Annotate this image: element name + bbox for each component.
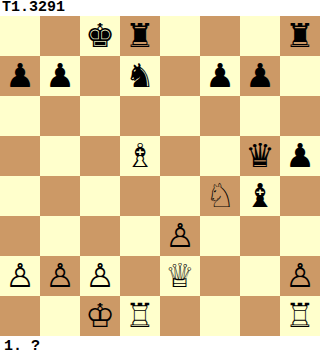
square-b4[interactable] — [40, 176, 80, 216]
square-g2[interactable] — [240, 256, 280, 296]
square-h3[interactable] — [280, 216, 320, 256]
square-a5[interactable] — [0, 136, 40, 176]
square-d8[interactable]: ♜ — [120, 16, 160, 56]
square-d1[interactable]: ♖ — [120, 296, 160, 336]
black-pawn: ♟ — [45, 56, 75, 96]
white-pawn: ♙ — [45, 256, 75, 296]
white-pawn: ♙ — [285, 256, 315, 296]
square-c1[interactable]: ♔ — [80, 296, 120, 336]
square-d3[interactable] — [120, 216, 160, 256]
black-rook: ♜ — [285, 16, 315, 56]
square-g4[interactable]: ♝ — [240, 176, 280, 216]
square-b8[interactable] — [40, 16, 80, 56]
white-pawn: ♙ — [85, 256, 115, 296]
square-d4[interactable] — [120, 176, 160, 216]
square-b5[interactable] — [40, 136, 80, 176]
square-g5[interactable]: ♛ — [240, 136, 280, 176]
square-c5[interactable] — [80, 136, 120, 176]
square-f1[interactable] — [200, 296, 240, 336]
square-e2[interactable]: ♕ — [160, 256, 200, 296]
square-b2[interactable]: ♙ — [40, 256, 80, 296]
square-h4[interactable] — [280, 176, 320, 216]
square-a6[interactable] — [0, 96, 40, 136]
square-e7[interactable] — [160, 56, 200, 96]
square-f7[interactable]: ♟ — [200, 56, 240, 96]
square-f8[interactable] — [200, 16, 240, 56]
square-e6[interactable] — [160, 96, 200, 136]
square-g1[interactable] — [240, 296, 280, 336]
black-pawn: ♟ — [205, 56, 235, 96]
square-b6[interactable] — [40, 96, 80, 136]
square-b1[interactable] — [40, 296, 80, 336]
square-c7[interactable] — [80, 56, 120, 96]
square-a8[interactable] — [0, 16, 40, 56]
square-e8[interactable] — [160, 16, 200, 56]
black-pawn: ♟ — [285, 136, 315, 176]
square-b7[interactable]: ♟ — [40, 56, 80, 96]
white-rook: ♖ — [125, 296, 155, 336]
square-d2[interactable] — [120, 256, 160, 296]
puzzle-id: T1.3291 — [0, 0, 320, 16]
square-c3[interactable] — [80, 216, 120, 256]
move-prompt: 1. ? — [0, 338, 320, 358]
square-f2[interactable] — [200, 256, 240, 296]
square-e1[interactable] — [160, 296, 200, 336]
white-queen: ♕ — [165, 256, 195, 296]
white-rook: ♖ — [285, 296, 315, 336]
square-f4[interactable]: ♘ — [200, 176, 240, 216]
square-c4[interactable] — [80, 176, 120, 216]
square-b3[interactable] — [40, 216, 80, 256]
black-knight: ♞ — [125, 56, 155, 96]
square-f3[interactable] — [200, 216, 240, 256]
square-a7[interactable]: ♟ — [0, 56, 40, 96]
square-c6[interactable] — [80, 96, 120, 136]
square-h2[interactable]: ♙ — [280, 256, 320, 296]
chess-board: ♚♜♜♟♟♞♟♟♗♛♟♘♝♙♙♙♙♕♙♔♖♖ — [0, 16, 320, 336]
black-pawn: ♟ — [5, 56, 35, 96]
square-a2[interactable]: ♙ — [0, 256, 40, 296]
square-g7[interactable]: ♟ — [240, 56, 280, 96]
white-pawn: ♙ — [165, 216, 195, 256]
square-h5[interactable]: ♟ — [280, 136, 320, 176]
square-f5[interactable] — [200, 136, 240, 176]
square-a1[interactable] — [0, 296, 40, 336]
square-e3[interactable]: ♙ — [160, 216, 200, 256]
square-g8[interactable] — [240, 16, 280, 56]
square-f6[interactable] — [200, 96, 240, 136]
square-a3[interactable] — [0, 216, 40, 256]
square-c2[interactable]: ♙ — [80, 256, 120, 296]
white-bishop: ♗ — [125, 136, 155, 176]
square-c8[interactable]: ♚ — [80, 16, 120, 56]
black-queen: ♛ — [245, 136, 275, 176]
square-h8[interactable]: ♜ — [280, 16, 320, 56]
square-e5[interactable] — [160, 136, 200, 176]
square-g3[interactable] — [240, 216, 280, 256]
square-h1[interactable]: ♖ — [280, 296, 320, 336]
black-rook: ♜ — [125, 16, 155, 56]
square-g6[interactable] — [240, 96, 280, 136]
square-d7[interactable]: ♞ — [120, 56, 160, 96]
square-a4[interactable] — [0, 176, 40, 216]
white-king: ♔ — [85, 296, 115, 336]
square-d6[interactable] — [120, 96, 160, 136]
black-king: ♚ — [85, 16, 115, 56]
square-d5[interactable]: ♗ — [120, 136, 160, 176]
square-e4[interactable] — [160, 176, 200, 216]
black-bishop: ♝ — [245, 176, 275, 216]
square-h6[interactable] — [280, 96, 320, 136]
white-pawn: ♙ — [5, 256, 35, 296]
black-pawn: ♟ — [245, 56, 275, 96]
white-knight: ♘ — [205, 176, 235, 216]
square-h7[interactable] — [280, 56, 320, 96]
